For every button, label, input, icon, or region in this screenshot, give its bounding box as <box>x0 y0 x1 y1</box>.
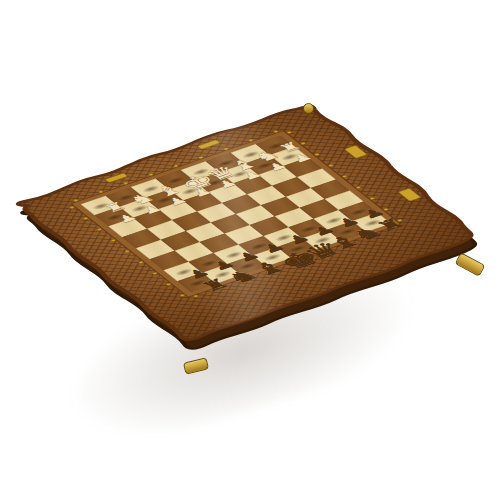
product-photo-scene: ♜♞♝♛♚♝♞♜♟♟♟♟♟♟♟♟♟♟♟♟♟♟♟♟♜♞♝♛♚♝♞♜ <box>0 0 500 500</box>
brass-knob-top-corner <box>303 103 314 114</box>
brass-clasp-right <box>455 252 486 277</box>
